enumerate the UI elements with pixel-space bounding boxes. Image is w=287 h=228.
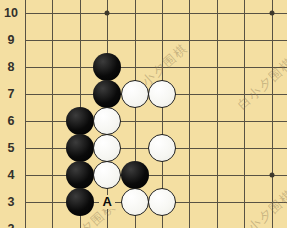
white-stone	[148, 80, 176, 108]
row-label-4: 4	[0, 168, 22, 182]
black-stone	[66, 188, 94, 216]
row-label-8: 8	[0, 60, 22, 74]
go-diagram: A 1098765432 白小夕围棋白小夕围棋白小夕围棋白小夕围棋	[0, 0, 287, 228]
white-stone	[148, 188, 176, 216]
white-stone	[93, 134, 121, 162]
black-stone	[66, 134, 94, 162]
black-stone	[93, 53, 121, 81]
row-label-2: 2	[0, 222, 22, 228]
white-stone	[148, 134, 176, 162]
row-labels: 1098765432	[0, 0, 24, 228]
black-stone	[66, 161, 94, 189]
black-stone	[121, 161, 149, 189]
row-label-9: 9	[0, 33, 22, 47]
white-stone	[121, 188, 149, 216]
white-stone	[93, 107, 121, 135]
white-stone	[121, 80, 149, 108]
row-label-5: 5	[0, 141, 22, 155]
white-stone	[93, 161, 121, 189]
point-label-A: A	[99, 195, 114, 209]
black-stone	[66, 107, 94, 135]
black-stone	[93, 80, 121, 108]
row-label-7: 7	[0, 87, 22, 101]
go-board-grid: A	[11, 0, 285, 216]
row-label-10: 10	[0, 6, 22, 20]
row-label-3: 3	[0, 195, 22, 209]
row-label-6: 6	[0, 114, 22, 128]
